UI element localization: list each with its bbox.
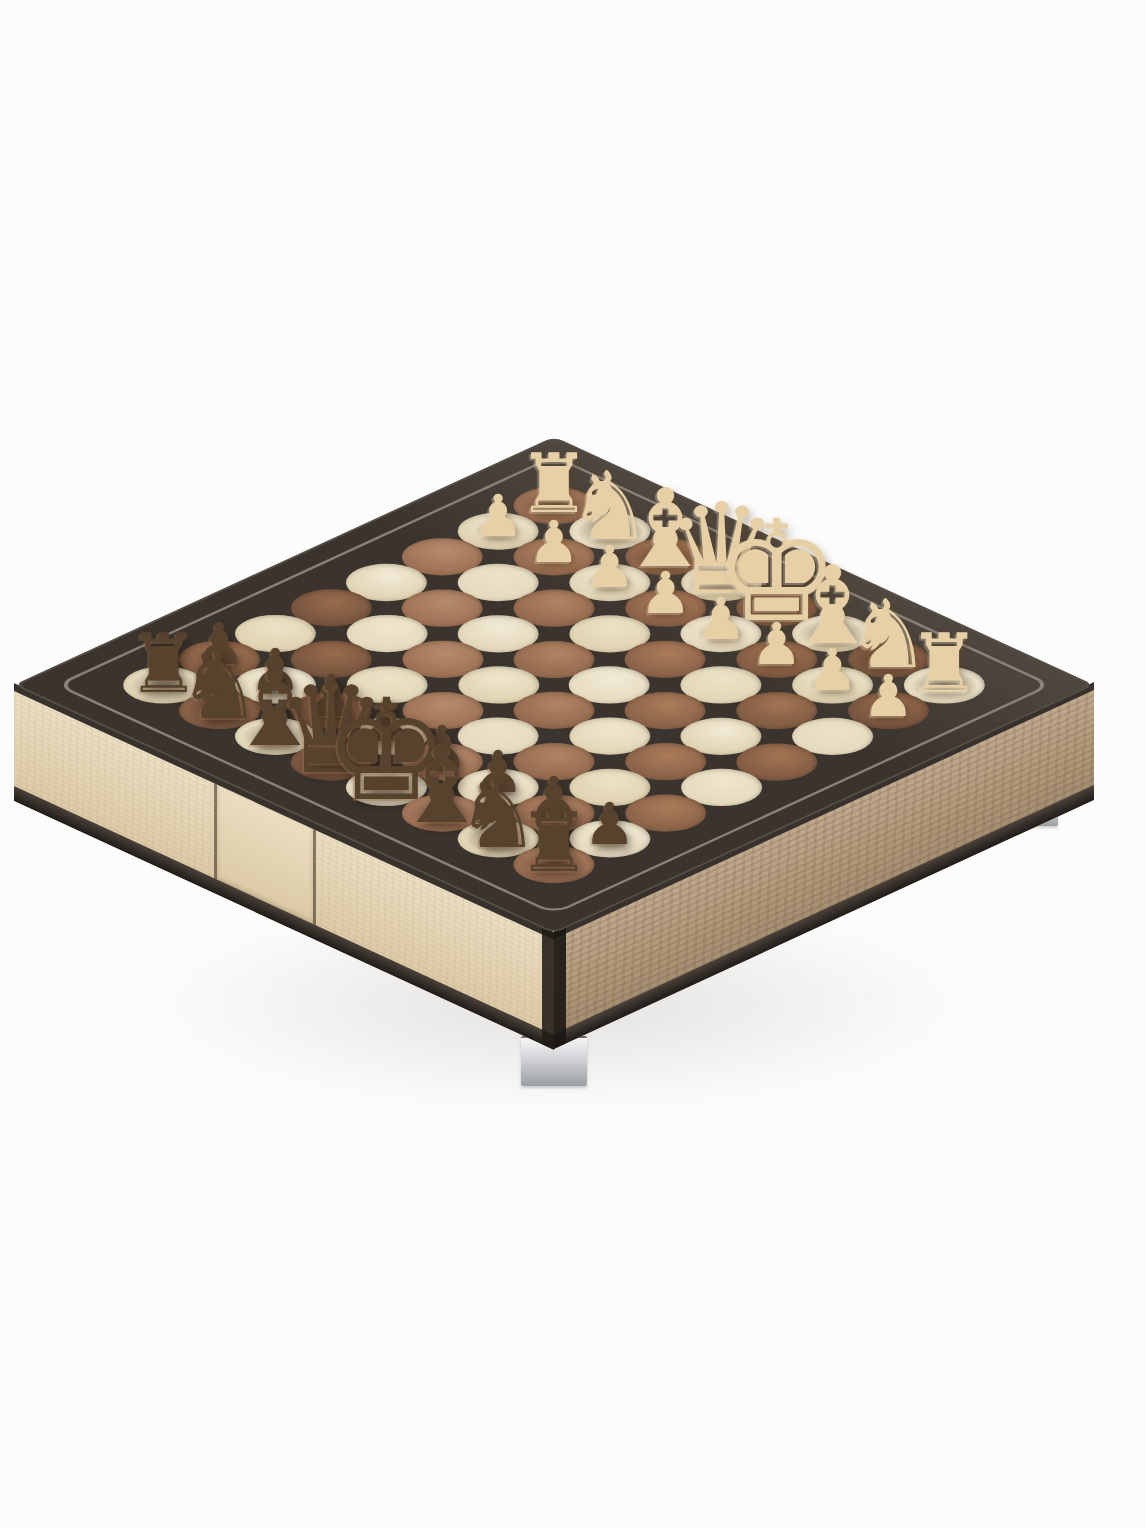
piece-white-pawn[interactable]: ♟ xyxy=(862,667,914,725)
piece-white-pawn[interactable]: ♟ xyxy=(472,487,524,545)
piece-black-rook[interactable]: ♜ xyxy=(517,802,591,884)
box-corner-edge xyxy=(554,925,566,1049)
piece-white-pawn[interactable]: ♟ xyxy=(639,564,691,622)
piece-white-rook[interactable]: ♜ xyxy=(907,623,981,705)
piece-white-pawn[interactable]: ♟ xyxy=(806,641,858,699)
piece-white-pawn[interactable]: ♟ xyxy=(584,538,636,596)
chess-set-product-photo: ♜♞♝♛♚♝♞♜♟♟♟♟♟♟♟♟♟♟♟♟♟♟♟♟♜♞♝♛♚♝♞♜ xyxy=(0,0,1146,1528)
piece-white-pawn[interactable]: ♟ xyxy=(695,590,747,648)
piece-white-pawn[interactable]: ♟ xyxy=(751,615,803,673)
box-corner-edge xyxy=(542,926,554,1050)
piece-black-pawn[interactable]: ♟ xyxy=(584,795,636,853)
piece-white-pawn[interactable]: ♟ xyxy=(528,513,580,571)
